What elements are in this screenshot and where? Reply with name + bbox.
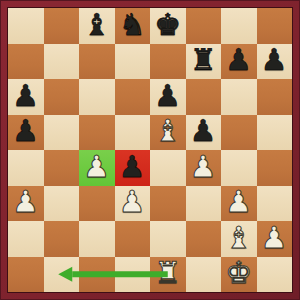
square-c7[interactable] <box>79 44 115 80</box>
square-c1[interactable] <box>79 257 115 293</box>
square-a3[interactable]: ♟ <box>8 186 44 222</box>
square-c2[interactable] <box>79 221 115 257</box>
square-b8[interactable] <box>44 8 80 44</box>
square-g3[interactable]: ♟ <box>221 186 257 222</box>
square-d4[interactable]: ♟ <box>115 150 151 186</box>
chess-board[interactable]: ♝♞♚♜♟♟♟♟♟♝♟♟♟♟♟♟♟♝♟♜♚ <box>8 8 292 292</box>
square-c3[interactable] <box>79 186 115 222</box>
square-b7[interactable] <box>44 44 80 80</box>
square-h1[interactable] <box>257 257 293 293</box>
square-g7[interactable]: ♟ <box>221 44 257 80</box>
square-h4[interactable] <box>257 150 293 186</box>
square-c6[interactable] <box>79 79 115 115</box>
square-a7[interactable] <box>8 44 44 80</box>
piece-black-pawn[interactable]: ♟ <box>8 79 44 115</box>
square-a4[interactable] <box>8 150 44 186</box>
square-h3[interactable] <box>257 186 293 222</box>
square-e3[interactable] <box>150 186 186 222</box>
piece-black-pawn[interactable]: ♟ <box>221 44 257 80</box>
square-f4[interactable]: ♟ <box>186 150 222 186</box>
square-c4[interactable]: ♟ <box>79 150 115 186</box>
square-a8[interactable] <box>8 8 44 44</box>
square-d3[interactable]: ♟ <box>115 186 151 222</box>
square-g5[interactable] <box>221 115 257 151</box>
square-e1[interactable]: ♜ <box>150 257 186 293</box>
piece-black-rook[interactable]: ♜ <box>186 44 222 80</box>
piece-white-bishop[interactable]: ♝ <box>150 115 186 151</box>
piece-white-bishop[interactable]: ♝ <box>221 221 257 257</box>
square-e2[interactable] <box>150 221 186 257</box>
square-b3[interactable] <box>44 186 80 222</box>
piece-white-pawn[interactable]: ♟ <box>221 186 257 222</box>
square-h7[interactable]: ♟ <box>257 44 293 80</box>
square-b5[interactable] <box>44 115 80 151</box>
square-f7[interactable]: ♜ <box>186 44 222 80</box>
piece-white-pawn[interactable]: ♟ <box>8 186 44 222</box>
square-a6[interactable]: ♟ <box>8 79 44 115</box>
square-g6[interactable] <box>221 79 257 115</box>
square-f5[interactable]: ♟ <box>186 115 222 151</box>
square-f8[interactable] <box>186 8 222 44</box>
square-b6[interactable] <box>44 79 80 115</box>
square-h2[interactable]: ♟ <box>257 221 293 257</box>
board-frame: ♝♞♚♜♟♟♟♟♟♝♟♟♟♟♟♟♟♝♟♜♚ <box>0 0 300 300</box>
square-a1[interactable] <box>8 257 44 293</box>
piece-white-pawn[interactable]: ♟ <box>257 221 293 257</box>
square-h6[interactable] <box>257 79 293 115</box>
piece-white-rook[interactable]: ♜ <box>150 257 186 293</box>
square-d8[interactable]: ♞ <box>115 8 151 44</box>
square-d1[interactable] <box>115 257 151 293</box>
piece-white-pawn[interactable]: ♟ <box>186 150 222 186</box>
piece-black-pawn[interactable]: ♟ <box>150 79 186 115</box>
square-h5[interactable] <box>257 115 293 151</box>
piece-white-king[interactable]: ♚ <box>221 257 257 293</box>
square-g1[interactable]: ♚ <box>221 257 257 293</box>
square-d2[interactable] <box>115 221 151 257</box>
square-e7[interactable] <box>150 44 186 80</box>
square-b2[interactable] <box>44 221 80 257</box>
square-a2[interactable] <box>8 221 44 257</box>
piece-black-knight[interactable]: ♞ <box>115 8 151 44</box>
piece-black-bishop[interactable]: ♝ <box>79 8 115 44</box>
square-b1[interactable] <box>44 257 80 293</box>
piece-black-pawn[interactable]: ♟ <box>8 115 44 151</box>
piece-black-king[interactable]: ♚ <box>150 8 186 44</box>
square-f2[interactable] <box>186 221 222 257</box>
square-d5[interactable] <box>115 115 151 151</box>
square-h8[interactable] <box>257 8 293 44</box>
square-f1[interactable] <box>186 257 222 293</box>
piece-black-pawn[interactable]: ♟ <box>186 115 222 151</box>
piece-white-pawn[interactable]: ♟ <box>79 150 115 186</box>
square-e4[interactable] <box>150 150 186 186</box>
square-f3[interactable] <box>186 186 222 222</box>
square-c5[interactable] <box>79 115 115 151</box>
square-g4[interactable] <box>221 150 257 186</box>
piece-black-pawn[interactable]: ♟ <box>115 150 151 186</box>
square-f6[interactable] <box>186 79 222 115</box>
square-g8[interactable] <box>221 8 257 44</box>
square-e6[interactable]: ♟ <box>150 79 186 115</box>
square-b4[interactable] <box>44 150 80 186</box>
chess-app-window: ♝♞♚♜♟♟♟♟♟♝♟♟♟♟♟♟♟♝♟♜♚ <box>0 0 300 300</box>
square-c8[interactable]: ♝ <box>79 8 115 44</box>
piece-black-pawn[interactable]: ♟ <box>257 44 293 80</box>
square-a5[interactable]: ♟ <box>8 115 44 151</box>
piece-white-pawn[interactable]: ♟ <box>115 186 151 222</box>
square-d6[interactable] <box>115 79 151 115</box>
square-g2[interactable]: ♝ <box>221 221 257 257</box>
square-e8[interactable]: ♚ <box>150 8 186 44</box>
square-e5[interactable]: ♝ <box>150 115 186 151</box>
square-d7[interactable] <box>115 44 151 80</box>
